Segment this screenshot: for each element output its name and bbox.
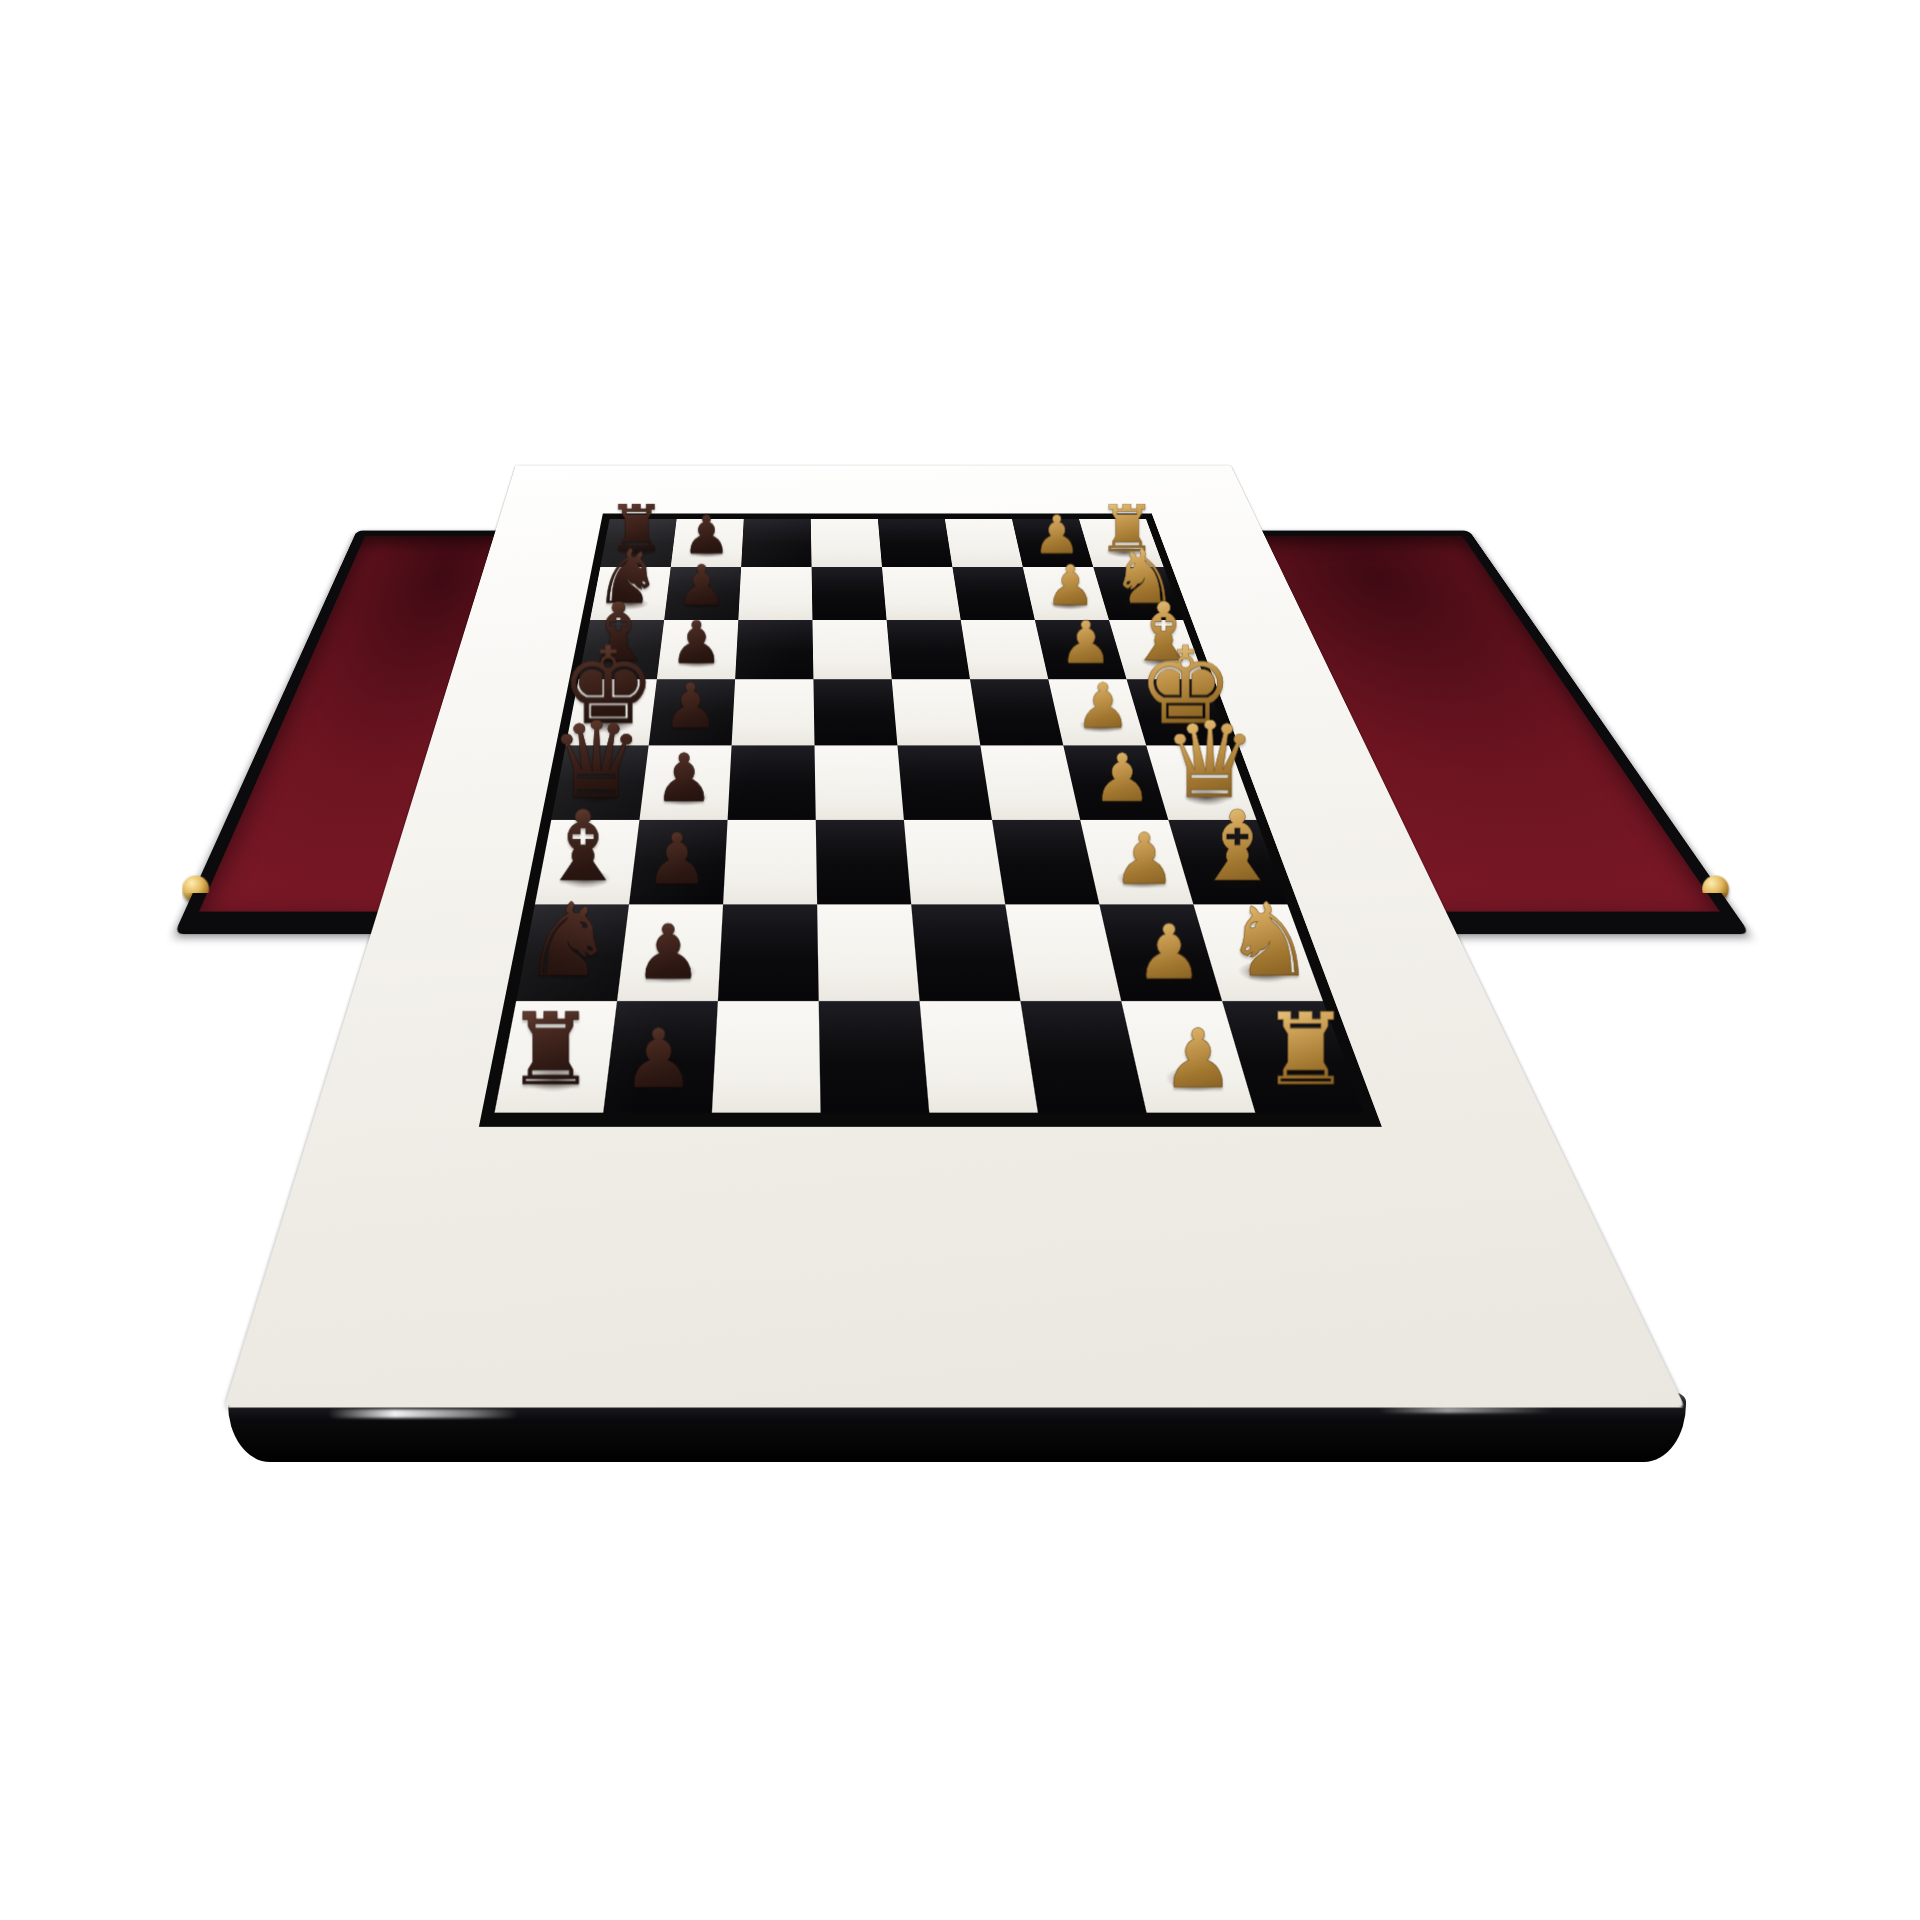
- square-e7[interactable]: [649, 679, 735, 745]
- black-bishop-glyph: ♝: [515, 803, 652, 892]
- square-h5[interactable]: [811, 519, 882, 567]
- square-f3[interactable]: [961, 620, 1049, 679]
- square-f5[interactable]: [812, 620, 891, 679]
- chess-board[interactable]: ♜♟♟♜♞♟♟♞♝♟♟♝♚♟♟♚♛♟♟♛♝♟♟♝♞♟♟♞♜♟♟♜: [224, 465, 1685, 1407]
- piece-tray-left[interactable]: [174, 531, 540, 935]
- white-pawn-d2[interactable]: ♟: [1063, 745, 1168, 819]
- scene: ♜♟♟♜♞♟♟♞♝♟♟♝♚♟♟♚♛♟♟♛♝♟♟♝♞♟♟♞♜♟♟♜: [0, 0, 1920, 1920]
- square-f8[interactable]: [579, 620, 665, 679]
- square-c4[interactable]: [904, 820, 1005, 904]
- tray-knob-right[interactable]: [1702, 875, 1729, 902]
- square-e4[interactable]: [892, 679, 981, 745]
- white-knight-b1[interactable]: ♞: [1193, 904, 1323, 1001]
- square-g8[interactable]: [590, 567, 671, 620]
- square-h8[interactable]: [600, 519, 676, 567]
- square-b4[interactable]: [911, 904, 1020, 1001]
- square-d5[interactable]: [815, 745, 904, 819]
- square-b5[interactable]: [817, 904, 919, 1001]
- square-e5[interactable]: [813, 679, 897, 745]
- square-f4[interactable]: [887, 620, 970, 679]
- square-d4[interactable]: [897, 745, 992, 819]
- square-g5[interactable]: [812, 567, 887, 620]
- square-g6[interactable]: [738, 567, 812, 620]
- white-pawn-glyph: ♟: [1058, 748, 1187, 809]
- tray-knob-left[interactable]: [182, 875, 209, 902]
- square-f7[interactable]: [657, 620, 738, 679]
- square-c5[interactable]: [816, 820, 911, 904]
- black-pawn-d7[interactable]: ♟: [639, 745, 731, 819]
- white-bishop-glyph: ♝: [1169, 803, 1306, 892]
- square-e6[interactable]: [732, 679, 815, 745]
- square-g7[interactable]: [664, 567, 741, 620]
- black-knight-glyph: ♞: [494, 894, 641, 987]
- black-pawn-glyph: ♟: [620, 748, 749, 809]
- white-pawn-glyph: ♟: [1119, 1022, 1278, 1097]
- square-g4[interactable]: [882, 567, 961, 620]
- black-knight-b8[interactable]: ♞: [516, 904, 629, 1001]
- square-g3[interactable]: [952, 567, 1034, 620]
- square-h4[interactable]: [878, 519, 953, 567]
- square-h3[interactable]: [945, 519, 1023, 567]
- white-knight-glyph: ♞: [1196, 894, 1343, 987]
- square-e3[interactable]: [970, 679, 1063, 745]
- square-f6[interactable]: [735, 620, 813, 679]
- square-h6[interactable]: [741, 519, 811, 567]
- square-a4[interactable]: [920, 1001, 1038, 1113]
- square-a5[interactable]: [819, 1001, 930, 1113]
- black-pawn-glyph: ♟: [579, 1022, 738, 1097]
- square-h7[interactable]: [671, 519, 744, 567]
